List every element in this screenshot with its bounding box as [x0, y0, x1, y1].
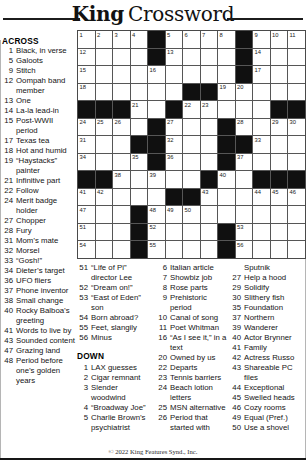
grid-cell[interactable]	[201, 224, 218, 241]
clue-item: 9Prehistoric period	[155, 293, 229, 313]
grid-cell[interactable]	[253, 154, 270, 171]
clue-text: Fury	[16, 226, 76, 236]
grid-cell[interactable]: 11	[288, 31, 305, 48]
cell-number: 34	[80, 154, 86, 160]
block-cell	[201, 171, 218, 188]
clue-text: Shareable PC files	[244, 363, 305, 383]
cell-number: 32	[167, 137, 173, 143]
grid-cell[interactable]	[201, 119, 218, 136]
grid-cell[interactable]	[131, 171, 148, 188]
clue-text: Grazing land	[16, 346, 76, 356]
clue-number: 54	[77, 313, 91, 323]
cell-number: 51	[80, 224, 86, 230]
grid-cell[interactable]	[183, 154, 200, 171]
grid-cell[interactable]: 5	[166, 31, 183, 48]
clue-item: 13One	[2, 96, 76, 106]
grid-cell[interactable]: 52	[148, 224, 165, 241]
grid-cell[interactable]	[271, 84, 288, 101]
clue-number: 35	[229, 303, 244, 313]
grid-cell[interactable]: 20	[236, 84, 253, 101]
grid-cell[interactable]	[288, 224, 305, 241]
clue-number: 41	[2, 326, 16, 336]
clue-item: 54Born abroad?	[77, 313, 153, 323]
grid-cell[interactable]: 55	[148, 241, 165, 258]
grid-cell[interactable]	[288, 241, 305, 258]
clue-item: 15Post-WWII period	[2, 116, 76, 136]
grid-cell[interactable]: 49	[166, 206, 183, 223]
cell-number: 9	[255, 32, 258, 38]
grid-cell[interactable]: 22	[183, 101, 200, 118]
grid-cell[interactable]: 46	[288, 189, 305, 206]
grid-cell[interactable]	[183, 136, 200, 153]
grid-cell[interactable]	[96, 224, 113, 241]
grid-cell[interactable]: 3	[113, 31, 130, 48]
grid-cell[interactable]	[288, 206, 305, 223]
cell-number: 37	[237, 154, 243, 160]
grid-cell[interactable]: 1	[78, 31, 95, 48]
clue-item: 55Feet, slangily	[77, 323, 153, 333]
clue-number: 20	[155, 353, 170, 363]
clue-item: 19“Haystacks” painter	[2, 156, 76, 176]
grid-cell[interactable]	[253, 101, 270, 118]
grid-cell[interactable]	[166, 66, 183, 83]
cell-number: 21	[132, 102, 138, 108]
grid-cell[interactable]	[271, 49, 288, 66]
grid-cell[interactable]: 10	[271, 31, 288, 48]
clue-text: Tennis barriers	[170, 373, 229, 383]
clue-text: Swelled heads	[244, 393, 305, 403]
grid-cell[interactable]: 21	[131, 101, 148, 118]
clue-item: 47Grazing land	[2, 346, 76, 356]
grid-cell[interactable]	[148, 84, 165, 101]
clue-text: “Life of Pi” director Lee	[91, 263, 153, 283]
grid-cell[interactable]	[113, 49, 130, 66]
grid-cell[interactable]	[271, 154, 288, 171]
clue-item: 11Poet Whitman	[155, 323, 229, 333]
grid-cell[interactable]: 7	[201, 31, 218, 48]
grid-cell[interactable]: 42	[96, 189, 113, 206]
grid-cell[interactable]	[183, 66, 200, 83]
clue-number: 10	[155, 313, 170, 323]
grid-cell[interactable]	[113, 224, 130, 241]
clue-text: Words to live by	[16, 326, 76, 336]
clue-number: 17	[2, 136, 16, 146]
clue-item: 37Northern	[229, 313, 305, 323]
grid-cell[interactable]	[183, 119, 200, 136]
cell-number: 1	[80, 32, 83, 38]
clue-text: Rose parts	[170, 283, 229, 293]
clue-number: 9	[155, 293, 170, 313]
grid-cell[interactable]: 50	[183, 206, 200, 223]
clue-item: 8Rose parts	[155, 283, 229, 293]
grid-cell[interactable]	[183, 224, 200, 241]
cell-number: 10	[272, 32, 278, 38]
cell-number: 8	[220, 32, 223, 38]
clue-text: Family	[244, 343, 305, 353]
grid-cell[interactable]	[253, 84, 270, 101]
grid-cell[interactable]	[96, 49, 113, 66]
grid-cell[interactable]: 32	[166, 136, 183, 153]
grid-cell[interactable]: 23	[201, 101, 218, 118]
across-clues-column: 1Black, in verse5Galoots9Stitch12Oompah …	[2, 46, 76, 386]
grid-cell[interactable]	[131, 66, 148, 83]
clue-item: 52“Dream on!”	[77, 283, 153, 293]
clue-number: 45	[229, 393, 244, 403]
clue-number: 50	[229, 423, 244, 433]
grid-cell[interactable]	[113, 66, 130, 83]
grid-cell[interactable]: 6	[183, 31, 200, 48]
clue-item: 22Departs	[155, 363, 229, 373]
cell-number: 43	[202, 189, 208, 195]
grid-cell[interactable]	[113, 206, 130, 223]
clue-text: Beach lotion letters	[170, 383, 229, 403]
grid-cell[interactable]: 56	[236, 241, 253, 258]
clue-number: 36	[2, 276, 16, 286]
grid-cell[interactable]: 39	[148, 171, 165, 188]
cell-number: 38	[115, 172, 121, 178]
clue-item: 14La-la lead-in	[2, 106, 76, 116]
clue-text: Rocky Balboa’s greeting	[16, 306, 76, 326]
clue-number: 27	[229, 273, 244, 283]
grid-cell[interactable]	[113, 154, 130, 171]
grid-cell[interactable]: 51	[78, 224, 95, 241]
grid-cell[interactable]	[218, 206, 235, 223]
grid-cell[interactable]	[271, 224, 288, 241]
grid-cell[interactable]: 18	[78, 84, 95, 101]
clue-number: 46	[229, 403, 244, 413]
grid-cell[interactable]: 30	[288, 119, 305, 136]
across-clue-list-tail: 51“Life of Pi” director Lee52“Dream on!”…	[77, 263, 153, 343]
clue-item: 41Words to live by	[2, 326, 76, 336]
clue-text: Poet Whitman	[170, 323, 229, 333]
grid-cell[interactable]: 34	[78, 154, 95, 171]
clue-item: 25MSN alternative	[155, 403, 229, 413]
clue-text: Period before one’s golden years	[16, 356, 76, 386]
cell-number: 16	[150, 67, 156, 73]
grid-cell[interactable]	[253, 119, 270, 136]
grid-cell[interactable]: 33	[253, 136, 270, 153]
grid-cell[interactable]: 12	[78, 49, 95, 66]
grid-cell[interactable]	[166, 171, 183, 188]
clue-number: 27	[2, 216, 16, 226]
grid-cell[interactable]	[201, 136, 218, 153]
grid-cell[interactable]	[218, 189, 235, 206]
clue-item: 1LAX guesses	[77, 363, 153, 373]
block-cell	[148, 154, 165, 171]
clue-number: 41	[229, 343, 244, 353]
grid-cell[interactable]	[288, 66, 305, 83]
clue-text: Actress Russo	[244, 353, 305, 363]
clue-number: 24	[155, 383, 170, 403]
grid-cell[interactable]: 16	[148, 66, 165, 83]
clue-text: Stitch	[16, 66, 76, 76]
title-word-crossword: Crossword	[128, 2, 234, 26]
cell-number: 24	[80, 119, 86, 125]
clue-number: 37	[2, 286, 16, 296]
clue-text: Minus	[91, 333, 153, 343]
clue-number: 28	[2, 226, 16, 236]
grid-cell[interactable]: 36	[166, 154, 183, 171]
clue-item: 30Slithery fish	[229, 293, 305, 303]
grid-cell[interactable]: 19	[218, 84, 235, 101]
block-cell	[166, 189, 183, 206]
bottom-rule	[0, 458, 306, 460]
grid-cell[interactable]	[148, 189, 165, 206]
grid-cell[interactable]	[183, 171, 200, 188]
cell-number: 48	[150, 207, 156, 213]
clue-item: 37Phone inventor	[2, 286, 76, 296]
cell-number: 39	[150, 172, 156, 178]
clue-number: 11	[155, 323, 170, 333]
down-clue-list-3: Sputnik27Help a hood29Solidify30Slithery…	[229, 263, 305, 433]
clue-text: Follow	[16, 186, 76, 196]
grid-cell[interactable]	[166, 224, 183, 241]
grid-cell[interactable]	[271, 241, 288, 258]
clue-item: 51“Life of Pi” director Lee	[77, 263, 153, 283]
crossword-page: { "game": "crossword (King Crossword syn…	[0, 0, 306, 463]
grid-cell[interactable]: 29	[271, 119, 288, 136]
grid-cell[interactable]: 24	[78, 119, 95, 136]
clue-item: 40Actor Brynner	[229, 333, 305, 343]
grid-cell[interactable]	[113, 241, 130, 258]
grid-cell[interactable]	[148, 101, 165, 118]
grid-cell[interactable]	[201, 206, 218, 223]
grid-cell[interactable]	[271, 136, 288, 153]
grid-cell[interactable]: 27	[166, 119, 183, 136]
grid-cell[interactable]: 14	[253, 49, 270, 66]
grid-cell[interactable]	[201, 66, 218, 83]
grid-cell[interactable]: 2	[96, 31, 113, 48]
clue-number: 14	[2, 106, 16, 116]
cell-number: 41	[80, 189, 86, 195]
grid-cell[interactable]	[236, 189, 253, 206]
clue-text: Italian article	[170, 263, 229, 273]
block-cell	[253, 171, 270, 188]
block-cell	[236, 136, 253, 153]
grid-cell[interactable]: 40	[218, 171, 235, 188]
clue-item: 53“East of Eden” son	[77, 293, 153, 313]
block-cell	[236, 66, 253, 83]
clue-item: 27Help a hood	[229, 273, 305, 283]
clue-number: 15	[2, 116, 16, 136]
clue-item: 41Family	[229, 343, 305, 353]
clue-text: Post-WWII period	[16, 116, 76, 136]
grid-cell[interactable]: 48	[148, 206, 165, 223]
grid-cell[interactable]: 53	[236, 224, 253, 241]
grid-cell[interactable]	[183, 49, 200, 66]
grid-cell[interactable]	[131, 49, 148, 66]
grid-cell[interactable]	[288, 84, 305, 101]
grid-cell[interactable]	[253, 241, 270, 258]
clue-number: 25	[155, 403, 170, 413]
cell-number: 31	[80, 137, 86, 143]
clue-number: 43	[2, 336, 16, 346]
block-cell	[131, 206, 148, 223]
clue-text: “As I see it,” in a text	[170, 333, 229, 353]
cell-number: 47	[80, 207, 86, 213]
clue-text: Oompah band member	[16, 76, 76, 96]
cell-number: 54	[80, 242, 86, 248]
grid-cell[interactable]	[131, 84, 148, 101]
grid-cell[interactable]: 17	[253, 66, 270, 83]
cell-number: 25	[97, 119, 103, 125]
grid-cell[interactable]: 26	[113, 119, 130, 136]
clue-text: UFO fliers	[16, 276, 76, 286]
clue-item: 39Wanderer	[229, 323, 305, 333]
bottom-column-3: Sputnik27Help a hood29Solidify30Slithery…	[229, 263, 305, 433]
clue-number: 8	[155, 283, 170, 293]
clue-item: 22Follow	[2, 186, 76, 196]
clue-item: 18Hot and humid	[2, 146, 76, 156]
clue-number: 18	[2, 146, 16, 156]
clue-text: Chopper	[16, 216, 76, 226]
clue-text: “Haystacks” painter	[16, 156, 76, 176]
grid-cell[interactable]: 45	[271, 189, 288, 206]
cell-number: 40	[220, 172, 226, 178]
across-header: ACROSS	[2, 36, 39, 46]
clue-item: 49Equal (Pref.)	[229, 413, 305, 423]
block-cell	[218, 241, 235, 258]
grid-cell[interactable]	[288, 154, 305, 171]
clue-text: Charlie Brown’s psychiatrist	[91, 413, 153, 433]
cell-number: 22	[185, 102, 191, 108]
clue-text: Wanderer	[244, 323, 305, 333]
block-cell	[183, 189, 200, 206]
grid-cell[interactable]: 28	[236, 119, 253, 136]
block-cell	[113, 101, 130, 118]
clue-text: Slithery fish	[244, 293, 305, 303]
grid-cell[interactable]	[236, 171, 253, 188]
grid-cell[interactable]: 15	[78, 66, 95, 83]
cell-number: 17	[255, 67, 261, 73]
grid-cell[interactable]	[183, 241, 200, 258]
clue-number: 24	[2, 196, 16, 216]
clue-text: Cozy rooms	[244, 403, 305, 413]
grid-cell[interactable]	[201, 241, 218, 258]
clue-item: 7Showbiz job	[155, 273, 229, 283]
cell-number: 55	[150, 242, 156, 248]
grid-cell[interactable]: 25	[96, 119, 113, 136]
grid-cell[interactable]	[131, 189, 148, 206]
grid-cell[interactable]: 37	[236, 154, 253, 171]
grid-cell[interactable]	[113, 84, 130, 101]
clue-number: 33	[2, 256, 16, 266]
grid-cell[interactable]	[113, 136, 130, 153]
grid-cell[interactable]	[96, 84, 113, 101]
clue-text: Northern	[244, 313, 305, 323]
clue-number: 43	[229, 363, 244, 383]
clue-number: 44	[229, 383, 244, 393]
grid-cell[interactable]: 47	[78, 206, 95, 223]
grid-cell[interactable]	[236, 206, 253, 223]
grid-cell[interactable]	[218, 49, 235, 66]
clue-item: 2Cigar remnant	[77, 373, 153, 383]
grid-cell[interactable]	[253, 206, 270, 223]
clue-number: 48	[2, 356, 16, 386]
clue-item: 1Black, in verse	[2, 46, 76, 56]
clue-item: 4“Broadway Joe”	[77, 403, 153, 413]
clue-item: 42Actress Russo	[229, 353, 305, 363]
clue-text: Morsel	[16, 246, 76, 256]
grid-cell[interactable]: 9	[253, 31, 270, 48]
clue-number: 13	[2, 96, 16, 106]
cell-number: 6	[185, 32, 188, 38]
grid-cell[interactable]	[166, 241, 183, 258]
grid-cell[interactable]	[96, 66, 113, 83]
grid-cell[interactable]	[131, 119, 148, 136]
grid-cell[interactable]: 8	[218, 31, 235, 48]
grid-cell[interactable]: 41	[78, 189, 95, 206]
grid-cell[interactable]	[271, 66, 288, 83]
clue-number: 49	[229, 413, 244, 423]
clue-number: 5	[77, 413, 91, 433]
clue-text: Equal (Pref.)	[244, 413, 305, 423]
clue-number: 52	[77, 283, 91, 293]
grid-cell[interactable]	[218, 66, 235, 83]
grid-cell[interactable]: 4	[131, 31, 148, 48]
grid-cell[interactable]	[96, 206, 113, 223]
grid-cell[interactable]	[288, 49, 305, 66]
down-clue-list-1: 1LAX guesses2Cigar remnant3Slender woodw…	[77, 363, 153, 433]
grid-cell[interactable]: 31	[78, 136, 95, 153]
cell-number: 5	[167, 32, 170, 38]
clue-number: 32	[2, 246, 16, 256]
grid-cell[interactable]	[113, 189, 130, 206]
grid-cell[interactable]	[96, 154, 113, 171]
clue-item: 12Oompah band member	[2, 76, 76, 96]
cell-number: 26	[115, 119, 121, 125]
clue-number: 42	[229, 353, 244, 363]
clue-number	[229, 263, 244, 273]
grid-cell[interactable]: 38	[113, 171, 130, 188]
grid-cell[interactable]: 44	[253, 189, 270, 206]
grid-cell[interactable]	[218, 101, 235, 118]
cell-number: 35	[132, 154, 138, 160]
down-header: DOWN	[77, 351, 153, 361]
grid-cell[interactable]: 43	[201, 189, 218, 206]
block-cell	[236, 31, 253, 48]
clue-number: 56	[77, 333, 91, 343]
block-cell	[96, 101, 113, 118]
cell-number: 28	[237, 119, 243, 125]
clue-number: 9	[2, 66, 16, 76]
grid-cell[interactable]: 54	[78, 241, 95, 258]
clue-number: 7	[155, 273, 170, 283]
cell-number: 53	[237, 224, 243, 230]
grid-cell[interactable]: 35	[131, 154, 148, 171]
grid-cell[interactable]	[253, 224, 270, 241]
grid-cell[interactable]	[201, 154, 218, 171]
grid-cell[interactable]	[96, 136, 113, 153]
grid-cell[interactable]	[236, 101, 253, 118]
grid-cell[interactable]	[271, 206, 288, 223]
clue-item: 32Morsel	[2, 246, 76, 256]
clue-text: Hot and humid	[16, 146, 76, 156]
cell-number: 45	[272, 189, 278, 195]
grid-cell[interactable]	[288, 136, 305, 153]
cell-number: 3	[115, 32, 118, 38]
grid-cell[interactable]	[166, 84, 183, 101]
grid-cell[interactable]: 13	[166, 49, 183, 66]
cell-number: 44	[255, 189, 261, 195]
clue-item: 44Exceptional	[229, 383, 305, 393]
grid-cell[interactable]	[201, 49, 218, 66]
grid-cell[interactable]	[96, 241, 113, 258]
clue-text: Merit badge holder	[16, 196, 76, 216]
masthead: KingCrossword	[0, 0, 306, 30]
clue-text: Help a hood	[244, 273, 305, 283]
block-cell	[271, 171, 288, 188]
